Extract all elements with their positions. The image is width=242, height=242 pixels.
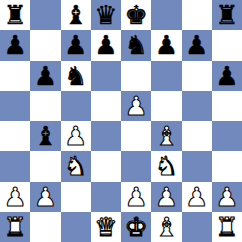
- square-c1[interactable]: [61, 212, 91, 242]
- square-b7[interactable]: [30, 30, 60, 60]
- square-e7[interactable]: ♞: [121, 30, 151, 60]
- piece-white-king[interactable]: ♚: [124, 212, 147, 242]
- piece-black-knight[interactable]: ♞: [64, 61, 87, 91]
- square-e1[interactable]: ♚: [121, 212, 151, 242]
- piece-white-bishop[interactable]: ♝: [155, 121, 178, 151]
- square-d1[interactable]: ♛: [91, 212, 121, 242]
- piece-black-queen[interactable]: ♛: [94, 0, 117, 30]
- piece-black-knight[interactable]: ♞: [124, 30, 147, 60]
- piece-white-knight[interactable]: ♞: [64, 151, 87, 181]
- square-f8[interactable]: [151, 0, 181, 30]
- square-h7[interactable]: [212, 30, 242, 60]
- square-b5[interactable]: [30, 91, 60, 121]
- square-e4[interactable]: [121, 121, 151, 151]
- square-d5[interactable]: [91, 91, 121, 121]
- square-h8[interactable]: ♜: [212, 0, 242, 30]
- piece-white-bishop[interactable]: ♝: [155, 212, 178, 242]
- square-f6[interactable]: [151, 61, 181, 91]
- square-a7[interactable]: ♟: [0, 30, 30, 60]
- square-d7[interactable]: ♟: [91, 30, 121, 60]
- square-f4[interactable]: ♝: [151, 121, 181, 151]
- square-h2[interactable]: ♟: [212, 182, 242, 212]
- piece-black-bishop[interactable]: ♝: [34, 121, 57, 151]
- square-f3[interactable]: ♞: [151, 151, 181, 181]
- piece-white-queen[interactable]: ♛: [94, 212, 117, 242]
- square-b8[interactable]: [30, 0, 60, 30]
- piece-black-pawn[interactable]: ♟: [155, 30, 178, 60]
- piece-black-bishop[interactable]: ♝: [64, 0, 87, 30]
- square-e8[interactable]: ♚: [121, 0, 151, 30]
- square-h5[interactable]: [212, 91, 242, 121]
- square-e2[interactable]: ♟: [121, 182, 151, 212]
- square-b4[interactable]: ♝: [30, 121, 60, 151]
- square-g3[interactable]: [182, 151, 212, 181]
- square-c3[interactable]: ♞: [61, 151, 91, 181]
- piece-white-pawn[interactable]: ♟: [64, 121, 87, 151]
- square-b3[interactable]: [30, 151, 60, 181]
- square-c5[interactable]: [61, 91, 91, 121]
- square-h6[interactable]: ♟: [212, 61, 242, 91]
- square-f2[interactable]: ♟: [151, 182, 181, 212]
- square-a2[interactable]: ♟: [0, 182, 30, 212]
- piece-black-pawn[interactable]: ♟: [34, 61, 57, 91]
- square-h4[interactable]: [212, 121, 242, 151]
- piece-white-pawn[interactable]: ♟: [185, 182, 208, 212]
- square-c6[interactable]: ♞: [61, 61, 91, 91]
- square-e3[interactable]: [121, 151, 151, 181]
- piece-black-pawn[interactable]: ♟: [3, 30, 26, 60]
- piece-white-knight[interactable]: ♞: [155, 151, 178, 181]
- square-a1[interactable]: ♜: [0, 212, 30, 242]
- square-d6[interactable]: [91, 61, 121, 91]
- piece-white-pawn[interactable]: ♟: [34, 182, 57, 212]
- square-c8[interactable]: ♝: [61, 0, 91, 30]
- square-d2[interactable]: [91, 182, 121, 212]
- square-h3[interactable]: [212, 151, 242, 181]
- piece-white-pawn[interactable]: ♟: [215, 182, 238, 212]
- square-g2[interactable]: ♟: [182, 182, 212, 212]
- square-b1[interactable]: [30, 212, 60, 242]
- square-f5[interactable]: [151, 91, 181, 121]
- square-a3[interactable]: [0, 151, 30, 181]
- square-d8[interactable]: ♛: [91, 0, 121, 30]
- square-e6[interactable]: [121, 61, 151, 91]
- square-a4[interactable]: [0, 121, 30, 151]
- square-b6[interactable]: ♟: [30, 61, 60, 91]
- square-f1[interactable]: ♝: [151, 212, 181, 242]
- piece-black-pawn[interactable]: ♟: [94, 30, 117, 60]
- square-g6[interactable]: [182, 61, 212, 91]
- piece-black-pawn[interactable]: ♟: [64, 30, 87, 60]
- square-d3[interactable]: [91, 151, 121, 181]
- square-c2[interactable]: [61, 182, 91, 212]
- square-a6[interactable]: [0, 61, 30, 91]
- square-f7[interactable]: ♟: [151, 30, 181, 60]
- square-b2[interactable]: ♟: [30, 182, 60, 212]
- chess-board: ♜♝♛♚♜♟♟♟♞♟♟♟♞♟♟♝♟♝♞♞♟♟♟♟♟♟♜♛♚♝♜: [0, 0, 242, 242]
- piece-black-pawn[interactable]: ♟: [215, 61, 238, 91]
- square-g1[interactable]: [182, 212, 212, 242]
- square-c4[interactable]: ♟: [61, 121, 91, 151]
- piece-white-pawn[interactable]: ♟: [3, 182, 26, 212]
- piece-white-pawn[interactable]: ♟: [124, 91, 147, 121]
- square-g5[interactable]: [182, 91, 212, 121]
- piece-black-pawn[interactable]: ♟: [185, 30, 208, 60]
- piece-white-pawn[interactable]: ♟: [124, 182, 147, 212]
- square-c7[interactable]: ♟: [61, 30, 91, 60]
- square-d4[interactable]: [91, 121, 121, 151]
- square-a8[interactable]: ♜: [0, 0, 30, 30]
- piece-white-rook[interactable]: ♜: [3, 212, 26, 242]
- square-h1[interactable]: ♜: [212, 212, 242, 242]
- piece-black-rook[interactable]: ♜: [3, 0, 26, 30]
- piece-white-pawn[interactable]: ♟: [155, 182, 178, 212]
- piece-black-rook[interactable]: ♜: [215, 0, 238, 30]
- square-a5[interactable]: [0, 91, 30, 121]
- piece-black-king[interactable]: ♚: [124, 0, 147, 30]
- square-e5[interactable]: ♟: [121, 91, 151, 121]
- square-g7[interactable]: ♟: [182, 30, 212, 60]
- square-g4[interactable]: [182, 121, 212, 151]
- piece-white-rook[interactable]: ♜: [215, 212, 238, 242]
- square-g8[interactable]: [182, 0, 212, 30]
